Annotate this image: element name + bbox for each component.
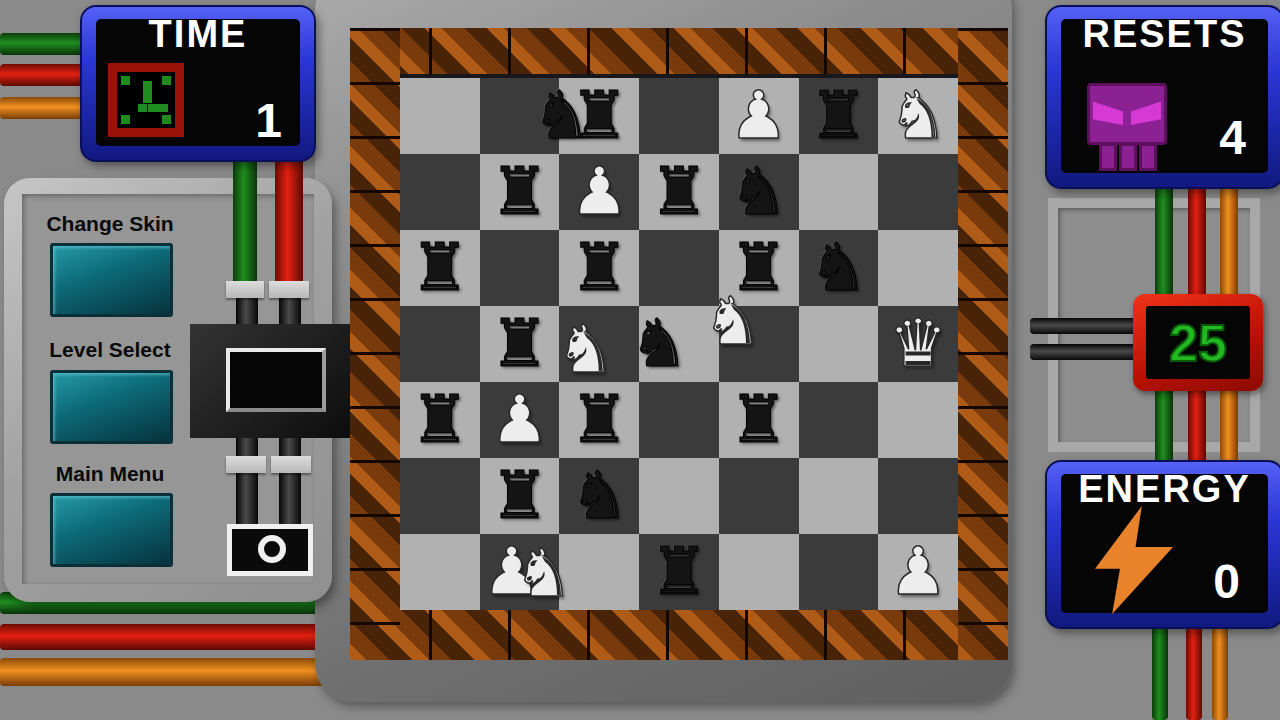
square-r3c2[interactable] [480,230,560,306]
camera-lens-ring [258,535,286,563]
energy-panel: ENERGY 0 [1045,460,1280,629]
black-rook[interactable]: ♜ [559,382,639,458]
square-r2c7[interactable] [878,154,958,230]
cable-red-bottom-right [1186,620,1202,720]
cable-green-bottom-right [1152,620,1168,720]
square-r6c5[interactable] [719,458,799,534]
black-rook[interactable]: ♜ [559,78,639,154]
square-r6c1[interactable] [400,458,480,534]
connector-slot [226,348,326,412]
white-knight[interactable]: ♞ [693,284,773,360]
cable-red-left [275,150,303,290]
square-r1c4[interactable] [639,78,719,154]
square-r7c5[interactable] [719,534,799,610]
cable-orange-top-left [0,97,86,119]
square-r6c4[interactable] [639,458,719,534]
square-r5c7[interactable] [878,382,958,458]
cable-clamp-4 [271,456,311,473]
black-rook[interactable]: ♜ [400,230,480,306]
black-knight[interactable]: ♞ [619,306,699,382]
resets-label: RESETS [1047,13,1280,56]
square-r5c6[interactable] [799,382,879,458]
square-r4c1[interactable] [400,306,480,382]
black-knight[interactable]: ♞ [719,154,799,230]
black-rook[interactable]: ♜ [480,458,560,534]
camera-icon [227,524,313,576]
change-skin-button[interactable] [50,243,173,317]
black-rook[interactable]: ♜ [799,78,879,154]
square-r3c7[interactable] [878,230,958,306]
time-panel: TIME 1 [80,5,316,162]
resets-panel: RESETS 4 [1045,5,1280,189]
white-knight[interactable]: ♞ [878,78,958,154]
level-select-button[interactable] [50,370,173,444]
cable-black-counter-1 [1030,318,1140,334]
resets-value: 4 [1219,110,1246,165]
robot-skull-icon [1087,83,1167,173]
board-frame-bottom [350,610,1008,660]
black-rook[interactable]: ♜ [719,382,799,458]
square-r2c1[interactable] [400,154,480,230]
square-r6c6[interactable] [799,458,879,534]
black-knight[interactable]: ♞ [799,230,879,306]
energy-label: ENERGY [1047,468,1280,511]
connector-box [190,324,350,438]
square-r7c1[interactable] [400,534,480,610]
white-pawn[interactable]: ♟ [480,382,560,458]
white-queen[interactable]: ♛ [878,306,958,382]
black-rook[interactable]: ♜ [400,382,480,458]
board-frame-left [350,28,400,660]
black-rook[interactable]: ♜ [559,230,639,306]
white-knight[interactable]: ♞ [504,536,584,612]
energy-value: 0 [1213,554,1240,609]
white-pawn[interactable]: ♟ [878,534,958,610]
cable-clamp-1 [226,281,264,298]
change-skin-label: Change Skin [20,212,200,236]
square-r6c7[interactable] [878,458,958,534]
cable-clamp-2 [269,281,309,298]
counter-value: 25 [1169,313,1227,373]
cable-black-counter-2 [1030,344,1140,360]
cable-red-top-left [0,64,86,86]
square-r2c6[interactable] [799,154,879,230]
black-rook[interactable]: ♜ [480,154,560,230]
cable-orange-bottom-right [1212,620,1228,720]
cable-green-top-left [0,33,86,55]
white-pawn[interactable]: ♟ [559,154,639,230]
square-r4c6[interactable] [799,306,879,382]
white-knight[interactable]: ♞ [545,312,625,388]
white-pawn[interactable]: ♟ [719,78,799,154]
level-select-label: Level Select [20,338,200,362]
time-label: TIME [82,13,314,56]
board-frame-top [350,28,1008,78]
time-value: 1 [255,93,282,148]
main-menu-button[interactable] [50,493,173,567]
counter-screen: 25 [1146,306,1250,379]
square-r1c1[interactable] [400,78,480,154]
black-knight[interactable]: ♞ [559,458,639,534]
square-r5c4[interactable] [639,382,719,458]
main-menu-label: Main Menu [20,462,200,486]
cable-green-left [233,150,257,290]
black-rook[interactable]: ♜ [639,154,719,230]
clock-icon [108,63,184,137]
counter-display: 25 [1133,294,1263,391]
board-frame-right [958,28,1008,660]
cable-clamp-3 [226,456,266,473]
black-rook[interactable]: ♜ [639,534,719,610]
square-r7c6[interactable] [799,534,879,610]
